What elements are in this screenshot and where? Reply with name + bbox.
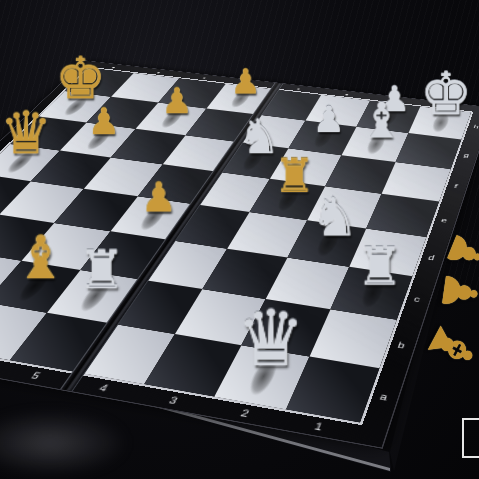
piece-silver-rook-c1: ♜ (346, 241, 413, 293)
rail-rivet-dot (112, 67, 116, 69)
rank-label-4: 4 (94, 382, 113, 394)
piece-silver-pawn-g3: ♟ (302, 102, 356, 138)
file-label-b: b (393, 340, 409, 351)
piece-silver-rook-b5: ♜ (68, 244, 135, 296)
piece-gold-pawn-d5: ♟ (128, 178, 189, 219)
rank-label-2: 2 (236, 407, 255, 420)
piece-gold-pawn-h5: ♟ (220, 65, 271, 99)
captured-gold-pawn: ♟ (434, 268, 479, 315)
file-label-c: c (410, 294, 425, 304)
piece-silver-bishop-g2: ♝ (354, 96, 409, 145)
rail-rivet-dot (297, 88, 301, 90)
rank-label-5: 5 (26, 370, 46, 382)
chess-board: ♚♛♟♟♝♟♟♜♞♟♜♟♝♞♛♚♜ (0, 68, 471, 423)
board-3d-wrapper: ♚♛♟♟♝♟♟♜♞♟♜♟♝♞♛♚♜ 12345678abcdefgh (18, 0, 479, 204)
piece-silver-king-h1: ♚ (420, 64, 473, 123)
file-label-f: f (449, 183, 462, 190)
piece-gold-queen-e8: ♛ (0, 104, 54, 162)
file-label-e: e (437, 216, 450, 224)
table-reflection (0, 412, 125, 474)
rank-label-1: 1 (309, 420, 327, 433)
rail-rivet-dot (157, 72, 161, 74)
piece-silver-queen-a2: ♛ (234, 301, 308, 378)
rail-rivet-dot (203, 77, 207, 79)
file-label-h: h (470, 124, 479, 130)
file-label-g: g (460, 152, 472, 159)
file-label-a: a (375, 391, 392, 403)
chess-photo-scene: ♚♛♟♟♝♟♟♜♞♟♜♟♝♞♛♚♜ 12345678abcdefgh ♟♟♝ (0, 0, 479, 479)
piece-gold-king-g8: ♚ (55, 50, 107, 107)
rank-label-3: 3 (164, 394, 183, 407)
piece-gold-bishop-b6: ♝ (7, 228, 74, 287)
corner-watermark-box (462, 418, 479, 458)
piece-gold-pawn-g6: ♟ (151, 84, 204, 119)
rail-rivet-dot (345, 94, 348, 96)
piece-gold-pawn-f7: ♟ (77, 104, 131, 140)
